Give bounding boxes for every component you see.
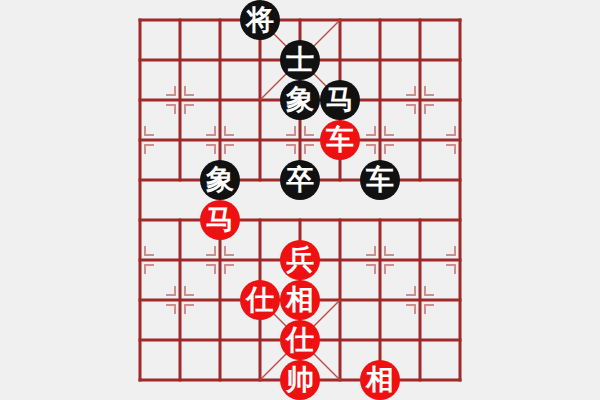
piece-red-general[interactable]: 帅 xyxy=(280,360,320,400)
piece-red-horse[interactable]: 马 xyxy=(200,200,240,240)
piece-black-soldier[interactable]: 卒 xyxy=(280,160,320,200)
piece-black-elephant[interactable]: 象 xyxy=(200,160,240,200)
piece-red-advisor[interactable]: 仕 xyxy=(240,280,280,320)
xiangqi-screenshot-root: 将士象马车象卒车马兵仕相仕帅相 xyxy=(0,0,600,400)
piece-red-elephant[interactable]: 相 xyxy=(360,360,400,400)
piece-red-advisor[interactable]: 仕 xyxy=(280,320,320,360)
piece-black-horse[interactable]: 马 xyxy=(320,80,360,120)
piece-red-chariot[interactable]: 车 xyxy=(320,120,360,160)
piece-black-advisor[interactable]: 士 xyxy=(280,40,320,80)
piece-black-general[interactable]: 将 xyxy=(240,0,280,40)
piece-black-elephant[interactable]: 象 xyxy=(280,80,320,120)
piece-black-chariot[interactable]: 车 xyxy=(360,160,400,200)
piece-red-elephant[interactable]: 相 xyxy=(280,280,320,320)
xiangqi-board[interactable]: 将士象马车象卒车马兵仕相仕帅相 xyxy=(120,0,480,400)
piece-red-soldier[interactable]: 兵 xyxy=(280,240,320,280)
